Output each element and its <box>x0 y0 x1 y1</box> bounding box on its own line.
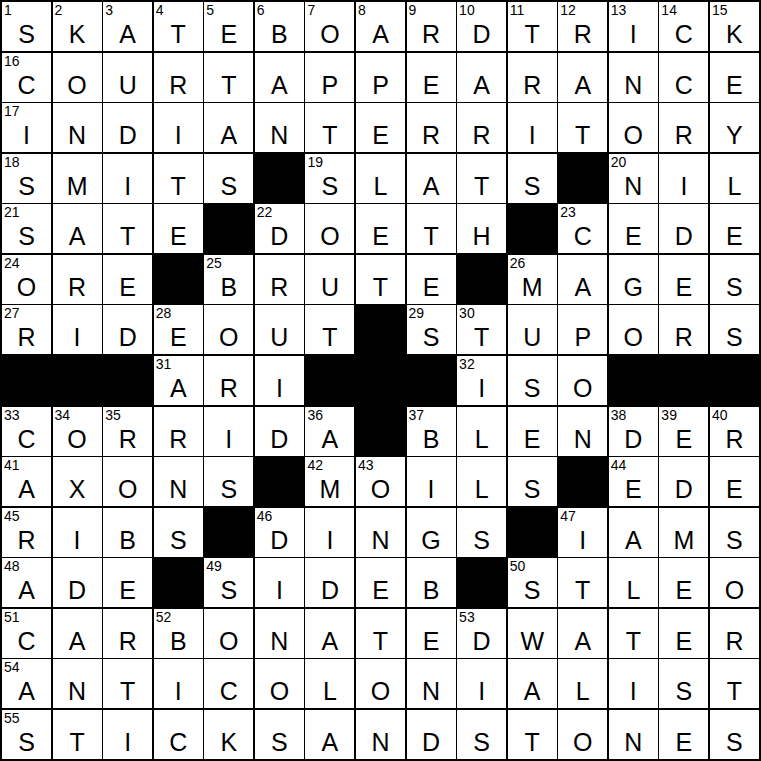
letter-r13c8: T <box>356 629 405 654</box>
cell-r14c3[interactable]: T <box>103 659 152 708</box>
cell-r14c7[interactable]: L <box>305 659 354 708</box>
cell-r10c1[interactable]: 41A <box>2 457 51 506</box>
cell-r14c4[interactable]: I <box>154 659 203 708</box>
letter-r14c14: S <box>659 679 708 704</box>
cell-r15c6[interactable]: S <box>255 710 304 759</box>
cell-r9c10[interactable]: L <box>457 407 506 456</box>
letter-r7c2: I <box>53 325 102 350</box>
cell-r6c2[interactable]: R <box>53 255 102 304</box>
cell-r8c5[interactable]: R <box>204 356 253 405</box>
clue-number-55: 55 <box>4 710 20 726</box>
clue-number-16: 16 <box>4 53 20 69</box>
cell-r13c14[interactable]: E <box>659 609 708 658</box>
letter-r1c4: T <box>154 22 203 47</box>
cell-r7c11[interactable]: U <box>508 305 557 354</box>
letter-r9c5: I <box>204 427 253 452</box>
cell-r2c13[interactable]: N <box>609 53 658 102</box>
letter-r5c7: O <box>305 224 354 249</box>
black-cell-r8c7 <box>305 356 354 405</box>
cell-r3c10[interactable]: R <box>457 103 506 152</box>
cell-r6c15[interactable]: S <box>710 255 759 304</box>
clue-number-27: 27 <box>4 305 20 321</box>
cell-r6c14[interactable]: E <box>659 255 708 304</box>
cell-r12c3[interactable]: E <box>103 558 152 607</box>
letter-r12c8: E <box>356 578 405 603</box>
cell-r9c15[interactable]: 40R <box>710 407 759 456</box>
letter-r9c6: D <box>255 427 304 452</box>
cell-r2c6[interactable]: A <box>255 53 304 102</box>
letter-r11c14: M <box>659 528 708 553</box>
cell-r13c11[interactable]: W <box>508 609 557 658</box>
letter-r15c6: S <box>255 730 304 755</box>
cell-r11c13[interactable]: A <box>609 508 658 557</box>
cell-r13c5[interactable]: O <box>204 609 253 658</box>
letter-r9c13: D <box>609 427 658 452</box>
cell-r3c12[interactable]: T <box>558 103 607 152</box>
cell-r6c12[interactable]: A <box>558 255 607 304</box>
cell-r5c7[interactable]: O <box>305 204 354 253</box>
crossword-grid: 1S2K3A4T5E6B7O8A9R10D11T12R13I14C15K16CO… <box>0 0 761 761</box>
letter-r3c1: I <box>2 123 51 148</box>
cell-r3c11[interactable]: I <box>508 103 557 152</box>
cell-r10c14[interactable]: D <box>659 457 708 506</box>
letter-r2c11: R <box>508 73 557 98</box>
letter-r11c15: S <box>710 528 759 553</box>
cell-r1c10[interactable]: 10D <box>457 2 506 51</box>
clue-number-10: 10 <box>459 2 475 18</box>
cell-r9c14[interactable]: 39E <box>659 407 708 456</box>
letter-r9c11: E <box>508 427 557 452</box>
cell-r1c7[interactable]: 7O <box>305 2 354 51</box>
cell-r6c5[interactable]: 25B <box>204 255 253 304</box>
cell-r14c1[interactable]: 54A <box>2 659 51 708</box>
cell-r4c14[interactable]: I <box>659 154 708 203</box>
cell-r1c6[interactable]: 6B <box>255 2 304 51</box>
cell-r13c13[interactable]: T <box>609 609 658 658</box>
black-cell-r8c13 <box>609 356 658 405</box>
cell-r14c6[interactable]: O <box>255 659 304 708</box>
cell-r4c10[interactable]: T <box>457 154 506 203</box>
cell-r14c8[interactable]: O <box>356 659 405 708</box>
letter-r14c8: O <box>356 679 405 704</box>
cell-r15c10[interactable]: S <box>457 710 506 759</box>
letter-r15c14: E <box>659 730 708 755</box>
cell-r1c13[interactable]: 13I <box>609 2 658 51</box>
cell-r1c5[interactable]: 5E <box>204 2 253 51</box>
cell-r15c11[interactable]: T <box>508 710 557 759</box>
cell-r6c7[interactable]: U <box>305 255 354 304</box>
letter-r2c3: U <box>103 73 152 98</box>
cell-r1c2[interactable]: 2K <box>53 2 102 51</box>
cell-r1c9[interactable]: 9R <box>407 2 456 51</box>
letter-r7c3: D <box>103 325 152 350</box>
cell-r3c4[interactable]: I <box>154 103 203 152</box>
cell-r3c8[interactable]: E <box>356 103 405 152</box>
cell-r13c12[interactable]: A <box>558 609 607 658</box>
cell-r12c13[interactable]: L <box>609 558 658 607</box>
cell-r15c7[interactable]: A <box>305 710 354 759</box>
cell-r2c4[interactable]: R <box>154 53 203 102</box>
cell-r9c1[interactable]: 33C <box>2 407 51 456</box>
cell-r13c4[interactable]: 52B <box>154 609 203 658</box>
cell-r10c4[interactable]: N <box>154 457 203 506</box>
letter-r2c2: O <box>53 73 102 98</box>
cell-r12c2[interactable]: D <box>53 558 102 607</box>
cell-r15c5[interactable]: K <box>204 710 253 759</box>
cell-r2c11[interactable]: R <box>508 53 557 102</box>
cell-r1c15[interactable]: 15K <box>710 2 759 51</box>
cell-r6c11[interactable]: 26M <box>508 255 557 304</box>
clue-number-25: 25 <box>206 255 222 271</box>
letter-r12c6: I <box>255 578 304 603</box>
cell-r10c7[interactable]: 42M <box>305 457 354 506</box>
cell-r5c3[interactable]: T <box>103 204 152 253</box>
letter-r4c10: T <box>457 174 506 199</box>
cell-r9c3[interactable]: 35R <box>103 407 152 456</box>
letter-r15c8: N <box>356 730 405 755</box>
cell-r7c7[interactable]: T <box>305 305 354 354</box>
cell-r5c1[interactable]: 21S <box>2 204 51 253</box>
clue-number-1: 1 <box>4 2 12 18</box>
letter-r7c9: S <box>407 325 456 350</box>
cell-r14c10[interactable]: I <box>457 659 506 708</box>
letter-r11c8: N <box>356 528 405 553</box>
clue-number-18: 18 <box>4 154 20 170</box>
cell-r14c13[interactable]: I <box>609 659 658 708</box>
cell-r10c13[interactable]: 44E <box>609 457 658 506</box>
cell-r14c15[interactable]: T <box>710 659 759 708</box>
cell-r2c3[interactable]: U <box>103 53 152 102</box>
cell-r9c6[interactable]: D <box>255 407 304 456</box>
letter-r15c13: N <box>609 730 658 755</box>
cell-r1c1[interactable]: 1S <box>2 2 51 51</box>
cell-r5c10[interactable]: H <box>457 204 506 253</box>
cell-r3c14[interactable]: R <box>659 103 708 152</box>
cell-r7c4[interactable]: 28E <box>154 305 203 354</box>
cell-r2c15[interactable]: E <box>710 53 759 102</box>
letter-r8c5: R <box>204 376 253 401</box>
cell-r5c9[interactable]: T <box>407 204 456 253</box>
cell-r12c8[interactable]: E <box>356 558 405 607</box>
letter-r2c6: A <box>255 73 304 98</box>
cell-r4c1[interactable]: 18S <box>2 154 51 203</box>
cell-r7c2[interactable]: I <box>53 305 102 354</box>
cell-r15c1[interactable]: 55S <box>2 710 51 759</box>
cell-r9c13[interactable]: 38D <box>609 407 658 456</box>
cell-r15c2[interactable]: T <box>53 710 102 759</box>
clue-number-47: 47 <box>560 508 576 524</box>
cell-r10c15[interactable]: E <box>710 457 759 506</box>
cell-r8c6[interactable]: I <box>255 356 304 405</box>
clue-number-28: 28 <box>156 305 172 321</box>
cell-r2c7[interactable]: P <box>305 53 354 102</box>
letter-r6c1: O <box>2 275 51 300</box>
cell-r9c12[interactable]: N <box>558 407 607 456</box>
letter-r10c3: O <box>103 477 152 502</box>
letter-r1c10: D <box>457 22 506 47</box>
cell-r8c4[interactable]: 31A <box>154 356 203 405</box>
letter-r14c6: O <box>255 679 304 704</box>
cell-r5c13[interactable]: E <box>609 204 658 253</box>
cell-r15c4[interactable]: C <box>154 710 203 759</box>
clue-number-30: 30 <box>459 305 475 321</box>
cell-r13c2[interactable]: A <box>53 609 102 658</box>
cell-r3c5[interactable]: A <box>204 103 253 152</box>
cell-r11c12[interactable]: 47I <box>558 508 607 557</box>
cell-r4c7[interactable]: 19S <box>305 154 354 203</box>
cell-r2c8[interactable]: P <box>356 53 405 102</box>
cell-r13c10[interactable]: 53D <box>457 609 506 658</box>
cell-r5c2[interactable]: A <box>53 204 102 253</box>
clue-number-8: 8 <box>358 2 366 18</box>
letter-r15c7: A <box>305 730 354 755</box>
cell-r7c10[interactable]: 30T <box>457 305 506 354</box>
cell-r4c2[interactable]: M <box>53 154 102 203</box>
cell-r10c5[interactable]: S <box>204 457 253 506</box>
black-cell-r11c11 <box>508 508 557 557</box>
cell-r15c9[interactable]: D <box>407 710 456 759</box>
cell-r3c6[interactable]: N <box>255 103 304 152</box>
cell-r5c12[interactable]: 23C <box>558 204 607 253</box>
letter-r13c3: R <box>103 629 152 654</box>
clue-number-29: 29 <box>409 305 425 321</box>
letter-r6c3: E <box>103 275 152 300</box>
letter-r14c1: A <box>2 679 51 704</box>
cell-r7c1[interactable]: 27R <box>2 305 51 354</box>
letter-r1c13: I <box>609 22 658 47</box>
black-cell-r6c4 <box>154 255 203 304</box>
cell-r9c5[interactable]: I <box>204 407 253 456</box>
letter-r11c13: A <box>609 528 658 553</box>
letter-r15c9: D <box>407 730 456 755</box>
cell-r12c6[interactable]: I <box>255 558 304 607</box>
cell-r3c9[interactable]: R <box>407 103 456 152</box>
cell-r4c9[interactable]: A <box>407 154 456 203</box>
clue-number-35: 35 <box>105 407 121 423</box>
cell-r7c12[interactable]: P <box>558 305 607 354</box>
letter-r1c7: O <box>305 22 354 47</box>
cell-r9c7[interactable]: 36A <box>305 407 354 456</box>
cell-r5c6[interactable]: 22D <box>255 204 304 253</box>
letter-r11c12: I <box>558 528 607 553</box>
cell-r4c15[interactable]: L <box>710 154 759 203</box>
letter-r11c10: S <box>457 528 506 553</box>
clue-number-3: 3 <box>105 2 113 18</box>
cell-r5c4[interactable]: E <box>154 204 203 253</box>
letter-r7c5: O <box>204 325 253 350</box>
cell-r2c14[interactable]: C <box>659 53 708 102</box>
cell-r1c11[interactable]: 11T <box>508 2 557 51</box>
letter-r1c8: A <box>356 22 405 47</box>
cell-r5c8[interactable]: E <box>356 204 405 253</box>
cell-r1c3[interactable]: 3A <box>103 2 152 51</box>
cell-r12c11[interactable]: 50S <box>508 558 557 607</box>
cell-r12c15[interactable]: O <box>710 558 759 607</box>
cell-r10c2[interactable]: X <box>53 457 102 506</box>
cell-r15c12[interactable]: O <box>558 710 607 759</box>
letter-r3c2: N <box>53 123 102 148</box>
cell-r12c12[interactable]: T <box>558 558 607 607</box>
cell-r11c2[interactable]: I <box>53 508 102 557</box>
letter-r2c4: R <box>154 73 203 98</box>
cell-r3c2[interactable]: N <box>53 103 102 152</box>
cell-r9c11[interactable]: E <box>508 407 557 456</box>
cell-r12c7[interactable]: D <box>305 558 354 607</box>
letter-r9c4: R <box>154 427 203 452</box>
cell-r12c9[interactable]: B <box>407 558 456 607</box>
cell-r6c1[interactable]: 24O <box>2 255 51 304</box>
letter-r12c5: S <box>204 578 253 603</box>
clue-number-49: 49 <box>206 558 222 574</box>
letter-r5c4: E <box>154 224 203 249</box>
cell-r4c3[interactable]: I <box>103 154 152 203</box>
cell-r12c14[interactable]: E <box>659 558 708 607</box>
black-cell-r8c1 <box>2 356 51 405</box>
letter-r6c12: A <box>558 275 607 300</box>
cell-r11c15[interactable]: S <box>710 508 759 557</box>
cell-r10c3[interactable]: O <box>103 457 152 506</box>
cell-r7c6[interactable]: U <box>255 305 304 354</box>
cell-r15c3[interactable]: I <box>103 710 152 759</box>
letter-r15c5: K <box>204 730 253 755</box>
cell-r13c7[interactable]: A <box>305 609 354 658</box>
cell-r8c11[interactable]: S <box>508 356 557 405</box>
letter-r14c10: I <box>457 679 506 704</box>
cell-r4c4[interactable]: T <box>154 154 203 203</box>
letter-r9c3: R <box>103 427 152 452</box>
clue-number-44: 44 <box>611 457 627 473</box>
cell-r11c6[interactable]: 46D <box>255 508 304 557</box>
letter-r14c3: T <box>103 679 152 704</box>
cell-r5c14[interactable]: D <box>659 204 708 253</box>
clue-number-53: 53 <box>459 609 475 625</box>
cell-r14c5[interactable]: C <box>204 659 253 708</box>
cell-r3c1[interactable]: 17I <box>2 103 51 152</box>
cell-r5c15[interactable]: E <box>710 204 759 253</box>
letter-r11c4: S <box>154 528 203 553</box>
letter-r3c4: I <box>154 123 203 148</box>
cell-r7c15[interactable]: S <box>710 305 759 354</box>
cell-r3c3[interactable]: D <box>103 103 152 152</box>
letter-r15c15: S <box>710 730 759 755</box>
cell-r11c9[interactable]: G <box>407 508 456 557</box>
cell-r12c5[interactable]: 49S <box>204 558 253 607</box>
letter-r7c15: S <box>710 325 759 350</box>
cell-r10c9[interactable]: I <box>407 457 456 506</box>
cell-r13c15[interactable]: R <box>710 609 759 658</box>
cell-r14c9[interactable]: N <box>407 659 456 708</box>
cell-r9c4[interactable]: R <box>154 407 203 456</box>
cell-r14c12[interactable]: L <box>558 659 607 708</box>
cell-r2c5[interactable]: T <box>204 53 253 102</box>
cell-r15c15[interactable]: S <box>710 710 759 759</box>
cell-r1c12[interactable]: 12R <box>558 2 607 51</box>
letter-r13c15: R <box>710 629 759 654</box>
cell-r8c10[interactable]: 32I <box>457 356 506 405</box>
cell-r9c9[interactable]: 37B <box>407 407 456 456</box>
cell-r15c14[interactable]: E <box>659 710 708 759</box>
cell-r11c14[interactable]: M <box>659 508 708 557</box>
cell-r6c8[interactable]: T <box>356 255 405 304</box>
cell-r4c8[interactable]: L <box>356 154 405 203</box>
cell-r3c15[interactable]: Y <box>710 103 759 152</box>
cell-r2c12[interactable]: A <box>558 53 607 102</box>
cell-r6c6[interactable]: R <box>255 255 304 304</box>
cell-r13c1[interactable]: 51C <box>2 609 51 658</box>
letter-r3c6: N <box>255 123 304 148</box>
letter-r13c6: N <box>255 629 304 654</box>
cell-r7c13[interactable]: O <box>609 305 658 354</box>
cell-r13c3[interactable]: R <box>103 609 152 658</box>
cell-r2c10[interactable]: A <box>457 53 506 102</box>
cell-r2c2[interactable]: O <box>53 53 102 102</box>
cell-r14c11[interactable]: A <box>508 659 557 708</box>
cell-r13c9[interactable]: E <box>407 609 456 658</box>
cell-r7c5[interactable]: O <box>204 305 253 354</box>
letter-r5c14: D <box>659 224 708 249</box>
cell-r6c9[interactable]: E <box>407 255 456 304</box>
cell-r11c10[interactable]: S <box>457 508 506 557</box>
cell-r6c3[interactable]: E <box>103 255 152 304</box>
cell-r10c11[interactable]: S <box>508 457 557 506</box>
black-cell-r10c12 <box>558 457 607 506</box>
cell-r3c7[interactable]: T <box>305 103 354 152</box>
cell-r15c8[interactable]: N <box>356 710 405 759</box>
cell-r4c13[interactable]: 20N <box>609 154 658 203</box>
cell-r1c8[interactable]: 8A <box>356 2 405 51</box>
cell-r2c1[interactable]: 16C <box>2 53 51 102</box>
black-cell-r8c8 <box>356 356 405 405</box>
cell-r13c8[interactable]: T <box>356 609 405 658</box>
cell-r1c4[interactable]: 4T <box>154 2 203 51</box>
cell-r11c1[interactable]: 45R <box>2 508 51 557</box>
cell-r3c13[interactable]: O <box>609 103 658 152</box>
cell-r1c14[interactable]: 14C <box>659 2 708 51</box>
cell-r10c10[interactable]: L <box>457 457 506 506</box>
cell-r10c8[interactable]: 43O <box>356 457 405 506</box>
cell-r11c8[interactable]: N <box>356 508 405 557</box>
cell-r4c5[interactable]: S <box>204 154 253 203</box>
letter-r7c1: R <box>2 325 51 350</box>
clue-number-24: 24 <box>4 255 20 271</box>
cell-r2c9[interactable]: E <box>407 53 456 102</box>
cell-r11c7[interactable]: I <box>305 508 354 557</box>
letter-r4c1: S <box>2 174 51 199</box>
cell-r7c9[interactable]: 29S <box>407 305 456 354</box>
cell-r8c12[interactable]: O <box>558 356 607 405</box>
cell-r12c1[interactable]: 48A <box>2 558 51 607</box>
letter-r12c12: T <box>558 578 607 603</box>
letter-r13c1: C <box>2 629 51 654</box>
cell-r14c14[interactable]: S <box>659 659 708 708</box>
letter-r15c4: C <box>154 730 203 755</box>
cell-r14c2[interactable]: N <box>53 659 102 708</box>
cell-r7c3[interactable]: D <box>103 305 152 354</box>
letter-r5c13: E <box>609 224 658 249</box>
cell-r9c2[interactable]: 34O <box>53 407 102 456</box>
cell-r13c6[interactable]: N <box>255 609 304 658</box>
cell-r6c13[interactable]: G <box>609 255 658 304</box>
letter-r10c8: O <box>356 477 405 502</box>
cell-r11c3[interactable]: B <box>103 508 152 557</box>
cell-r7c14[interactable]: R <box>659 305 708 354</box>
cell-r4c11[interactable]: S <box>508 154 557 203</box>
letter-r1c3: A <box>103 22 152 47</box>
cell-r11c4[interactable]: S <box>154 508 203 557</box>
cell-r15c13[interactable]: N <box>609 710 658 759</box>
letter-r15c2: T <box>53 730 102 755</box>
letter-r13c11: W <box>508 629 557 654</box>
